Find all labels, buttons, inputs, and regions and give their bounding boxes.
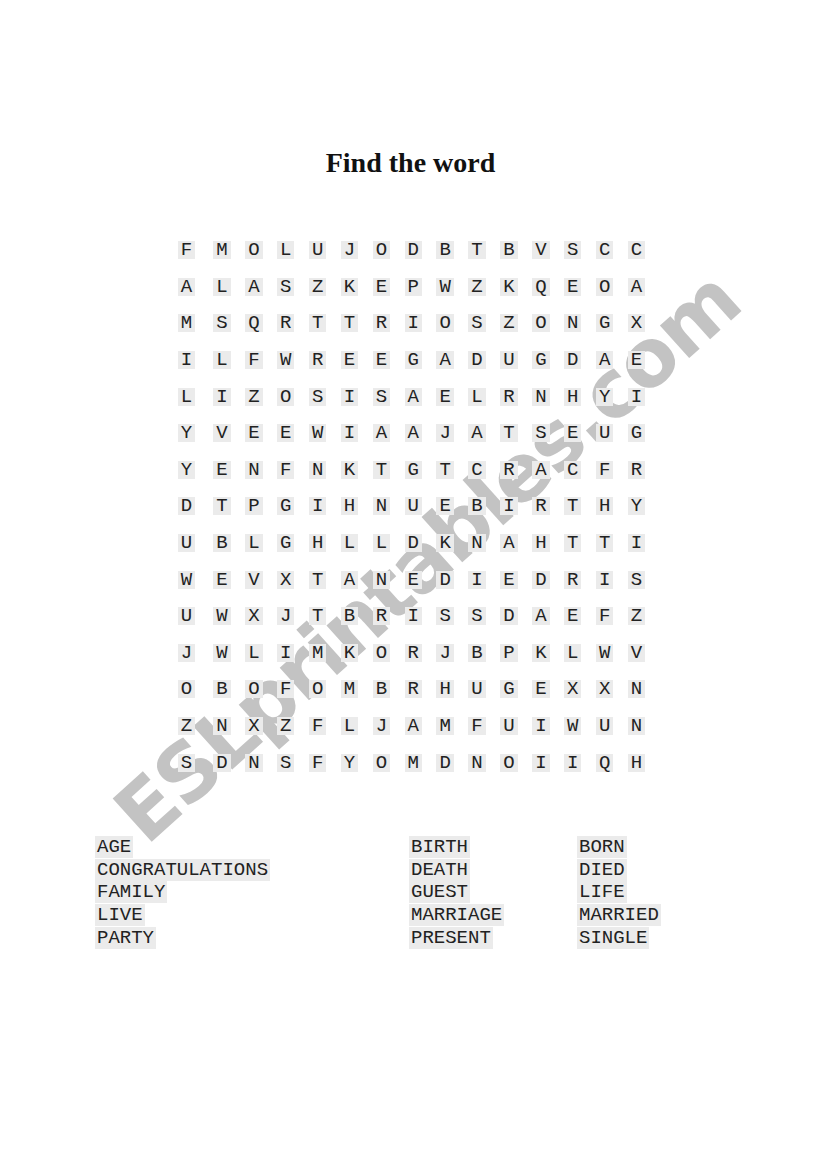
grid-letter: I [532, 717, 549, 735]
grid-letter: D [178, 497, 195, 515]
grid-cell: T [461, 232, 493, 269]
grid-cell: H [621, 744, 653, 781]
grid-letter: U [596, 424, 613, 442]
grid-cell: S [365, 378, 397, 415]
grid-letter: E [277, 424, 294, 442]
grid-cell: L [365, 525, 397, 562]
grid-cell: X [238, 708, 270, 745]
grid-letter: T [309, 571, 326, 589]
grid-cell: F [302, 708, 334, 745]
grid-cell: S [167, 744, 206, 781]
grid-cell: J [365, 708, 397, 745]
grid-letter: B [213, 534, 230, 552]
grid-cell: N [302, 452, 334, 489]
grid-letter: V [628, 644, 645, 662]
word-label: LIVE [95, 904, 145, 926]
word-list: AGECONGRATULATIONSFAMILYLIVEPARTY BIRTHD… [0, 836, 821, 956]
word-list-item: FAMILY [95, 881, 270, 904]
grid-letter: I [532, 754, 549, 772]
grid-cell: H [302, 525, 334, 562]
grid-cell: D [525, 561, 557, 598]
grid-cell: Y [589, 378, 621, 415]
word-list-item: BIRTH [409, 836, 504, 859]
grid-letter: O [277, 388, 294, 406]
grid-letter: N [373, 571, 390, 589]
grid-letter: Z [277, 717, 294, 735]
grid-cell: D [397, 232, 429, 269]
grid-cell: I [270, 635, 302, 672]
grid-letter: G [532, 351, 549, 369]
grid-letter: S [277, 754, 294, 772]
grid-letter: I [468, 571, 485, 589]
grid-cell: X [621, 305, 653, 342]
word-label: BIRTH [409, 836, 470, 858]
grid-cell: I [557, 744, 589, 781]
grid-cell: V [621, 635, 653, 672]
grid-letter: G [277, 534, 294, 552]
grid-letter: I [500, 497, 517, 515]
grid-letter: I [628, 534, 645, 552]
grid-cell: L [206, 269, 238, 306]
word-list-item: PARTY [95, 927, 270, 950]
word-label: CONGRATULATIONS [95, 859, 270, 881]
grid-cell: D [206, 744, 238, 781]
grid-cell: W [302, 415, 334, 452]
word-label: BORN [577, 836, 627, 858]
grid-letter: N [532, 388, 549, 406]
grid-letter: H [596, 497, 613, 515]
word-list-column-2: BIRTHDEATHGUESTMARRIAGEPRESENT [409, 836, 504, 949]
grid-cell: B [461, 488, 493, 525]
grid-letter: E [213, 461, 230, 479]
grid-letter: S [532, 424, 549, 442]
grid-cell: F [270, 671, 302, 708]
grid-letter: E [213, 571, 230, 589]
grid-cell: I [461, 561, 493, 598]
grid-cell: C [621, 232, 653, 269]
grid-letter: N [373, 497, 390, 515]
grid-letter: Y [178, 424, 195, 442]
grid-letter: J [178, 644, 195, 662]
word-label: SINGLE [577, 927, 649, 949]
grid-letter: H [309, 534, 326, 552]
grid-cell: B [206, 525, 238, 562]
grid-cell: S [461, 598, 493, 635]
grid-cell: X [238, 598, 270, 635]
grid-cell: S [461, 305, 493, 342]
grid-letter: W [213, 644, 230, 662]
grid-cell: I [525, 708, 557, 745]
grid-cell: M [206, 232, 238, 269]
word-label: AGE [95, 836, 133, 858]
grid-cell: E [238, 415, 270, 452]
grid-cell: T [557, 525, 589, 562]
grid-letter: S [178, 754, 195, 772]
grid-cell: E [270, 415, 302, 452]
grid-letter: U [178, 607, 195, 625]
grid-letter: T [213, 497, 230, 515]
word-list-item: BORN [577, 836, 661, 859]
grid-cell: G [621, 415, 653, 452]
grid-letter: B [213, 680, 230, 698]
grid-letter: E [373, 351, 390, 369]
grid-cell: L [238, 635, 270, 672]
grid-cell: A [461, 415, 493, 452]
word-list-item: CONGRATULATIONS [95, 859, 270, 882]
grid-cell: K [429, 525, 461, 562]
grid-letter: D [564, 351, 581, 369]
grid-letter: A [500, 534, 517, 552]
grid-cell: A [589, 342, 621, 379]
grid-cell: N [238, 744, 270, 781]
grid-letter: E [500, 571, 517, 589]
word-list-item: LIVE [95, 904, 270, 927]
grid-cell: H [557, 378, 589, 415]
grid-letter: E [628, 351, 645, 369]
grid-letter: R [405, 680, 422, 698]
grid-cell: Y [167, 452, 206, 489]
word-label: DEATH [409, 859, 470, 881]
grid-letter: O [373, 241, 390, 259]
grid-letter: F [178, 241, 195, 259]
grid-cell: C [461, 452, 493, 489]
grid-cell: F [461, 708, 493, 745]
grid-letter: N [213, 717, 230, 735]
grid-cell: L [206, 342, 238, 379]
grid-cell: T [493, 415, 525, 452]
grid-letter: Y [596, 388, 613, 406]
grid-cell: L [334, 708, 366, 745]
grid-cell: U [589, 415, 621, 452]
grid-letter: L [178, 388, 195, 406]
grid-letter: U [500, 351, 517, 369]
grid-cell: E [206, 561, 238, 598]
grid-letter: S [468, 607, 485, 625]
grid-cell: F [589, 452, 621, 489]
grid-letter: F [277, 461, 294, 479]
grid-letter: X [564, 680, 581, 698]
grid-cell: U [589, 708, 621, 745]
grid-letter: G [500, 680, 517, 698]
grid-cell: L [334, 525, 366, 562]
grid-cell: T [302, 598, 334, 635]
grid-letter: I [341, 424, 358, 442]
grid-letter: S [628, 571, 645, 589]
grid-cell: E [557, 269, 589, 306]
grid-cell: S [557, 232, 589, 269]
grid-cell: N [621, 708, 653, 745]
word-label: MARRIED [577, 904, 661, 926]
grid-cell: A [397, 415, 429, 452]
grid-letter: R [500, 388, 517, 406]
grid-letter: J [373, 717, 390, 735]
page-title: Find the word [0, 147, 821, 179]
grid-cell: W [557, 708, 589, 745]
grid-cell: Z [621, 598, 653, 635]
grid-cell: Z [302, 269, 334, 306]
grid-letter: R [564, 571, 581, 589]
grid-letter: Z [245, 388, 262, 406]
grid-cell: O [238, 232, 270, 269]
grid-cell: P [397, 269, 429, 306]
grid-cell: O [238, 671, 270, 708]
grid-letter: L [213, 278, 230, 296]
grid-letter: U [500, 717, 517, 735]
grid-letter: L [468, 388, 485, 406]
grid-cell: D [493, 598, 525, 635]
grid-letter: S [373, 388, 390, 406]
grid-letter: I [341, 388, 358, 406]
grid-cell: E [493, 561, 525, 598]
grid-letter: W [596, 644, 613, 662]
grid-letter: A [532, 607, 549, 625]
grid-cell: S [525, 415, 557, 452]
grid-letter: A [596, 351, 613, 369]
word-label: MARRIAGE [409, 904, 504, 926]
grid-cell: M [167, 305, 206, 342]
grid-cell: Y [334, 744, 366, 781]
grid-cell: F [270, 452, 302, 489]
grid-letter: U [596, 717, 613, 735]
grid-letter: N [468, 754, 485, 772]
grid-cell: E [429, 378, 461, 415]
grid-cell: M [397, 744, 429, 781]
grid-letter: T [468, 241, 485, 259]
grid-cell: T [429, 452, 461, 489]
grid-cell: L [461, 378, 493, 415]
grid-cell: D [167, 488, 206, 525]
grid-cell: N [525, 378, 557, 415]
word-list-item: MARRIAGE [409, 904, 504, 927]
grid-letter: R [532, 497, 549, 515]
grid-letter: M [213, 241, 230, 259]
grid-cell: G [525, 342, 557, 379]
grid-letter: E [405, 571, 422, 589]
grid-letter: W [309, 424, 326, 442]
grid-letter: M [405, 754, 422, 772]
grid-cell: T [302, 561, 334, 598]
grid-cell: P [238, 488, 270, 525]
grid-cell: H [589, 488, 621, 525]
grid-letter: D [405, 241, 422, 259]
grid-letter: K [341, 644, 358, 662]
grid-letter: L [564, 644, 581, 662]
grid-letter: A [178, 278, 195, 296]
grid-letter: K [436, 534, 453, 552]
grid-cell: Z [461, 269, 493, 306]
grid-cell: R [557, 561, 589, 598]
grid-cell: J [270, 598, 302, 635]
word-list-item: AGE [95, 836, 270, 859]
grid-letter: A [373, 424, 390, 442]
grid-cell: E [557, 415, 589, 452]
grid-letter: B [436, 241, 453, 259]
grid-letter: Y [628, 497, 645, 515]
word-list-item: LIFE [577, 881, 661, 904]
grid-letter: T [564, 497, 581, 515]
grid-letter: A [405, 717, 422, 735]
grid-cell: B [493, 232, 525, 269]
grid-letter: W [213, 607, 230, 625]
grid-letter: L [277, 241, 294, 259]
grid-cell: L [270, 232, 302, 269]
grid-letter: R [373, 607, 390, 625]
grid-cell: A [167, 269, 206, 306]
grid-cell: M [302, 635, 334, 672]
grid-cell: T [206, 488, 238, 525]
grid-cell: A [525, 452, 557, 489]
grid-cell: R [302, 342, 334, 379]
grid-letter: F [596, 461, 613, 479]
grid-letter: A [405, 388, 422, 406]
grid-letter: H [532, 534, 549, 552]
grid-cell: G [589, 305, 621, 342]
grid-cell: F [302, 744, 334, 781]
grid-cell: I [525, 744, 557, 781]
grid-cell: C [589, 232, 621, 269]
grid-letter: L [373, 534, 390, 552]
grid-cell: R [365, 305, 397, 342]
grid-letter: S [468, 314, 485, 332]
grid-letter: D [500, 607, 517, 625]
grid-cell: N [206, 708, 238, 745]
grid-letter: W [436, 278, 453, 296]
grid-letter: E [564, 607, 581, 625]
grid-cell: Z [493, 305, 525, 342]
grid-letter: J [341, 241, 358, 259]
grid-cell: W [206, 598, 238, 635]
grid-letter: O [245, 680, 262, 698]
grid-cell: N [238, 452, 270, 489]
word-list-item: PRESENT [409, 927, 504, 950]
word-label: PARTY [95, 927, 156, 949]
grid-letter: D [405, 534, 422, 552]
grid-letter: S [309, 388, 326, 406]
word-list-item: MARRIED [577, 904, 661, 927]
grid-cell: E [206, 452, 238, 489]
grid-cell: R [397, 671, 429, 708]
grid-letter: F [309, 717, 326, 735]
grid-cell: V [206, 415, 238, 452]
grid-letter: G [277, 497, 294, 515]
grid-letter: F [596, 607, 613, 625]
grid-cell: J [167, 635, 206, 672]
grid-cell: Q [525, 269, 557, 306]
grid-letter: A [405, 424, 422, 442]
grid-cell: O [302, 671, 334, 708]
grid-cell: N [557, 305, 589, 342]
grid-letter: L [341, 534, 358, 552]
grid-cell: I [167, 342, 206, 379]
grid-letter: M [178, 314, 195, 332]
word-list-column-1: AGECONGRATULATIONSFAMILYLIVEPARTY [95, 836, 270, 949]
grid-cell: L [557, 635, 589, 672]
grid-letter: Z [468, 278, 485, 296]
grid-cell: F [167, 232, 206, 269]
word-label: LIFE [577, 881, 627, 903]
grid-cell: B [365, 671, 397, 708]
grid-letter: F [245, 351, 262, 369]
grid-letter: Q [532, 278, 549, 296]
grid-cell: J [334, 232, 366, 269]
grid-letter: G [405, 351, 422, 369]
grid-cell: S [206, 305, 238, 342]
grid-letter: D [468, 351, 485, 369]
grid-letter: P [405, 278, 422, 296]
grid-cell: U [167, 598, 206, 635]
grid-letter: O [500, 754, 517, 772]
grid-letter: W [564, 717, 581, 735]
grid-letter: Q [596, 754, 613, 772]
grid-letter: E [436, 388, 453, 406]
grid-letter: J [436, 644, 453, 662]
grid-cell: D [397, 525, 429, 562]
grid-letter: H [341, 497, 358, 515]
grid-cell: A [621, 269, 653, 306]
grid-cell: W [206, 635, 238, 672]
grid-letter: L [245, 644, 262, 662]
grid-cell: W [167, 561, 206, 598]
grid-cell: A [238, 269, 270, 306]
grid-letter: P [245, 497, 262, 515]
grid-cell: Z [238, 378, 270, 415]
grid-cell: H [429, 671, 461, 708]
grid-letter: U [309, 241, 326, 259]
grid-cell: X [557, 671, 589, 708]
grid-cell: I [397, 305, 429, 342]
grid-letter: I [596, 571, 613, 589]
grid-letter: Z [500, 314, 517, 332]
grid-letter: A [341, 571, 358, 589]
grid-cell: I [589, 561, 621, 598]
grid-letter: M [309, 644, 326, 662]
grid-letter: F [309, 754, 326, 772]
grid-cell: A [397, 708, 429, 745]
grid-letter: G [405, 461, 422, 479]
grid-letter: D [436, 754, 453, 772]
grid-letter: D [213, 754, 230, 772]
grid-cell: E [365, 269, 397, 306]
grid-letter: E [245, 424, 262, 442]
grid-letter: F [468, 717, 485, 735]
grid-letter: B [500, 241, 517, 259]
grid-cell: O [493, 744, 525, 781]
grid-cell: P [493, 635, 525, 672]
grid-cell: E [429, 488, 461, 525]
grid-cell: N [621, 671, 653, 708]
grid-cell: S [302, 378, 334, 415]
grid-letter: E [436, 497, 453, 515]
grid-cell: U [302, 232, 334, 269]
grid-cell: B [429, 232, 461, 269]
word-label: DIED [577, 859, 627, 881]
grid-cell: Z [270, 708, 302, 745]
word-list-column-3: BORNDIEDLIFEMARRIEDSINGLE [577, 836, 661, 949]
grid-letter: B [373, 680, 390, 698]
grid-cell: K [334, 452, 366, 489]
grid-cell: T [302, 305, 334, 342]
grid-cell: O [365, 744, 397, 781]
grid-letter: N [309, 461, 326, 479]
grid-letter: I [628, 388, 645, 406]
grid-cell: N [461, 525, 493, 562]
grid-cell: H [334, 488, 366, 525]
grid-letter: B [468, 644, 485, 662]
grid-cell: Z [167, 708, 206, 745]
grid-cell: K [493, 269, 525, 306]
grid-letter: T [436, 461, 453, 479]
grid-letter: Q [245, 314, 262, 332]
